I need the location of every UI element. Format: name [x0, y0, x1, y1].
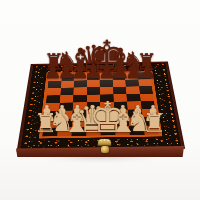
piece-white-rook[interactable]: ♜ [143, 110, 166, 136]
chess-set-photo: ♜♞♝♛♚♝♞♜♟♟♟♟♟♟♟♟♟♟♟♟♟♟♟♟♜♞♝♛♚♝♞♜ [0, 0, 200, 200]
pieces-layer: ♜♞♝♛♚♝♞♜♟♟♟♟♟♟♟♟♟♟♟♟♟♟♟♟♜♞♝♛♚♝♞♜ [0, 0, 200, 200]
piece-black-pawn[interactable]: ♟ [139, 61, 157, 81]
